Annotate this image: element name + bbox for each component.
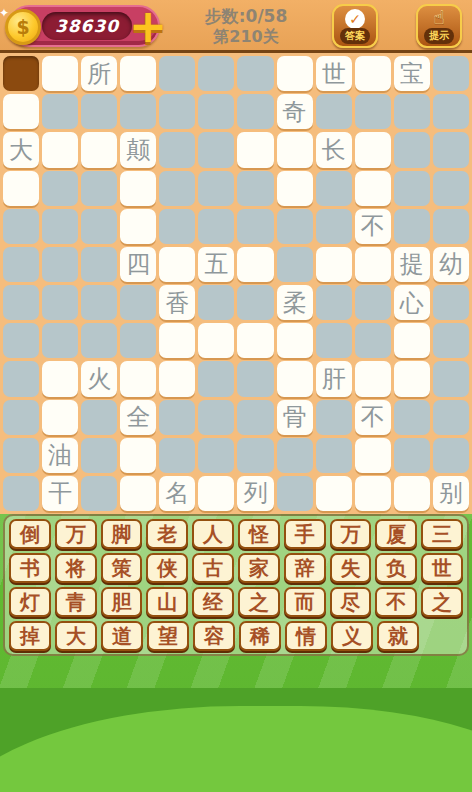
board-cell-r4c12 [433, 171, 469, 206]
tray-tile-r3-7[interactable]: 而 [284, 587, 326, 617]
board-cell-r11c2[interactable]: 油 [42, 438, 78, 473]
board-cell-r6c2 [42, 247, 78, 282]
board-cell-r7c12 [433, 285, 469, 320]
board-cell-r3c1[interactable]: 大 [3, 132, 39, 167]
board-cell-r6c9[interactable] [316, 247, 352, 282]
board-cell-r5c12 [433, 209, 469, 244]
board-cell-r6c12[interactable]: 幼 [433, 247, 469, 282]
board-cell-r12c12[interactable]: 别 [433, 476, 469, 511]
board-cell-r8c9 [316, 323, 352, 358]
board-cell-r2c1[interactable] [3, 94, 39, 129]
board-cell-r8c1 [3, 323, 39, 358]
board-cell-r5c5 [159, 209, 195, 244]
board-cell-r4c11 [394, 171, 430, 206]
board-cell-r11c7 [237, 438, 273, 473]
board-cell-r9c6 [198, 361, 234, 396]
tray-tile-r2-8[interactable]: 失 [330, 553, 372, 583]
board-cell-r5c1 [3, 209, 39, 244]
board-cell-r11c11 [394, 438, 430, 473]
board-cell-r3c6 [198, 132, 234, 167]
tray-tile-r1-7[interactable]: 手 [284, 519, 326, 549]
board-cell-r11c12 [433, 438, 469, 473]
tray-tile-r2-5[interactable]: 古 [192, 553, 234, 583]
tray-tile-r2-1[interactable]: 书 [9, 553, 51, 583]
tray-tile-r1-5[interactable]: 人 [192, 519, 234, 549]
board-cell-r1c9[interactable]: 世 [316, 56, 352, 91]
answer-button-label: 答案 [340, 28, 370, 44]
tray-tile-r1-10[interactable]: 三 [421, 519, 463, 549]
board-cell-r2c10 [355, 94, 391, 129]
tray-tile-r3-8[interactable]: 尽 [330, 587, 372, 617]
board-cell-r7c6 [198, 285, 234, 320]
board-cell-r7c1 [3, 285, 39, 320]
board-cell-r11c8 [277, 438, 313, 473]
tray-tile-r4-3[interactable]: 道 [101, 621, 143, 651]
board-cell-r4c4[interactable] [120, 171, 156, 206]
tray-tile-r1-4[interactable]: 老 [146, 519, 188, 549]
board-cell-r8c7[interactable] [237, 323, 273, 358]
hint-button[interactable]: ☝ 提示 [416, 4, 462, 48]
tray-tile-r1-1[interactable]: 倒 [9, 519, 51, 549]
board-cell-r2c12 [433, 94, 469, 129]
tray-tile-r2-4[interactable]: 侠 [146, 553, 188, 583]
board-cell-r5c11 [394, 209, 430, 244]
board-cell-r6c6[interactable]: 五 [198, 247, 234, 282]
board-cell-r10c4[interactable]: 全 [120, 400, 156, 435]
tray-tile-r2-3[interactable]: 策 [101, 553, 143, 583]
tray-tile-r4-6[interactable]: 稀 [239, 621, 281, 651]
tray-tile-r1-6[interactable]: 怪 [238, 519, 280, 549]
board-cell-r1c11[interactable]: 宝 [394, 56, 430, 91]
board-cell-r10c3 [81, 400, 117, 435]
board-cell-r11c6 [198, 438, 234, 473]
board-area: 所世宝奇大颠长不四五提幼香柔心火肝全骨不油干名列别 [0, 53, 472, 514]
board-cell-r9c7 [237, 361, 273, 396]
tray-tile-r3-9[interactable]: 不 [375, 587, 417, 617]
board-cell-r9c12 [433, 361, 469, 396]
board-cell-r1c7 [237, 56, 273, 91]
board-cell-r2c2 [42, 94, 78, 129]
tray-tile-r3-1[interactable]: 灯 [9, 587, 51, 617]
board-cell-r1c8[interactable] [277, 56, 313, 91]
board-cell-r6c11[interactable]: 提 [394, 247, 430, 282]
board-cell-r12c10[interactable] [355, 476, 391, 511]
board-cell-r7c8[interactable]: 柔 [277, 285, 313, 320]
board-cell-r4c10[interactable] [355, 171, 391, 206]
board-cell-r2c6 [198, 94, 234, 129]
tray-tile-r3-4[interactable]: 山 [146, 587, 188, 617]
board-cell-r6c1 [3, 247, 39, 282]
tray-row-2: 书将策侠古家辞失负世 [7, 553, 465, 583]
board-cell-r3c7[interactable] [237, 132, 273, 167]
board-cell-r3c3[interactable] [81, 132, 117, 167]
board-cell-r9c1 [3, 361, 39, 396]
tray-row-3: 灯青胆山经之而尽不之 [7, 587, 465, 617]
board-cell-r1c1[interactable] [3, 56, 39, 91]
board-cell-r12c1 [3, 476, 39, 511]
board-cell-r1c3[interactable]: 所 [81, 56, 117, 91]
board-cell-r3c11 [394, 132, 430, 167]
board-cell-r3c9[interactable]: 长 [316, 132, 352, 167]
board-cell-r1c10[interactable] [355, 56, 391, 91]
level-label: 第210关 [205, 27, 288, 48]
tray-tile-r2-7[interactable]: 辞 [284, 553, 326, 583]
tray-tile-r4-4[interactable]: 望 [147, 621, 189, 651]
tray-tile-r1-2[interactable]: 万 [55, 519, 97, 549]
board-cell-r6c3 [81, 247, 117, 282]
letter-tray: 倒万脚老人怪手万厦三书将策侠古家辞失负世灯青胆山经之而尽不之掉大道望容稀情义就 [3, 514, 469, 656]
board-cell-r10c1 [3, 400, 39, 435]
board-cell-r7c7 [237, 285, 273, 320]
tray-tile-r4-5[interactable]: 容 [193, 621, 235, 651]
board-cell-r11c1 [3, 438, 39, 473]
board-cell-r2c11 [394, 94, 430, 129]
board-cell-r10c10[interactable]: 不 [355, 400, 391, 435]
board-cell-r10c2[interactable] [42, 400, 78, 435]
board-cell-r4c1[interactable] [3, 171, 39, 206]
board-cell-r5c3 [81, 209, 117, 244]
hint-button-label: 提示 [424, 28, 454, 44]
board-cell-r8c6[interactable] [198, 323, 234, 358]
tray-tile-r2-6[interactable]: 家 [238, 553, 280, 583]
board-cell-r8c11[interactable] [394, 323, 430, 358]
tray-row-4: 掉大道望容稀情义就 [7, 621, 465, 651]
steps-block: 步数:0/58 第210关 [205, 5, 288, 48]
board-cell-r9c11[interactable] [394, 361, 430, 396]
board-cell-r8c5[interactable] [159, 323, 195, 358]
tray-tile-r1-3[interactable]: 脚 [101, 519, 143, 549]
hand-icon: ☝ [433, 6, 445, 28]
board-cell-r7c5[interactable]: 香 [159, 285, 195, 320]
board-cell-r9c10[interactable] [355, 361, 391, 396]
tray-tile-r4-8[interactable]: 义 [331, 621, 373, 651]
board-cell-r2c9 [316, 94, 352, 129]
add-coins-button[interactable]: + [128, 1, 168, 51]
board-cell-r6c4[interactable]: 四 [120, 247, 156, 282]
board-cell-r8c4 [120, 323, 156, 358]
board-cell-r3c8[interactable] [277, 132, 313, 167]
board-cell-r11c5 [159, 438, 195, 473]
board-cell-r12c7[interactable]: 列 [237, 476, 273, 511]
board-cell-r7c11[interactable]: 心 [394, 285, 430, 320]
coin-counter: 38630 $ ✦ + [8, 5, 160, 47]
board-cell-r4c8[interactable] [277, 171, 313, 206]
board-cell-r4c6 [198, 171, 234, 206]
board-cell-r3c2[interactable] [42, 132, 78, 167]
tray-tile-r4-2[interactable]: 大 [55, 621, 97, 651]
board-cell-r7c10 [355, 285, 391, 320]
board-cell-r2c8[interactable]: 奇 [277, 94, 313, 129]
board-cell-r10c12 [433, 400, 469, 435]
answer-button[interactable]: ✓ 答案 [332, 4, 378, 48]
board-cell-r1c6 [198, 56, 234, 91]
board-cell-r12c11[interactable] [394, 476, 430, 511]
board-cell-r4c5 [159, 171, 195, 206]
board-cell-r12c2[interactable]: 干 [42, 476, 78, 511]
top-bar: 38630 $ ✦ + 步数:0/58 第210关 ✓ 答案 ☝ 提示 [0, 0, 472, 53]
board-cell-r11c10[interactable] [355, 438, 391, 473]
board-cell-r3c10[interactable] [355, 132, 391, 167]
tray-row-1: 倒万脚老人怪手万厦三 [7, 519, 465, 549]
board-cell-r8c12 [433, 323, 469, 358]
board-cell-r6c8 [277, 247, 313, 282]
board: 所世宝奇大颠长不四五提幼香柔心火肝全骨不油干名列别 [0, 53, 472, 514]
checkmark-icon: ✓ [345, 9, 365, 29]
board-cell-r10c9 [316, 400, 352, 435]
board-cell-r2c3 [81, 94, 117, 129]
board-cell-r6c7[interactable] [237, 247, 273, 282]
board-cell-r4c2 [42, 171, 78, 206]
board-cell-r4c3 [81, 171, 117, 206]
board-cell-r1c5 [159, 56, 195, 91]
board-cell-r12c8 [277, 476, 313, 511]
board-cell-r5c10[interactable]: 不 [355, 209, 391, 244]
tray-tile-r2-10[interactable]: 世 [421, 553, 463, 583]
coin-amount: 38630 [42, 12, 132, 40]
tray-tile-r3-6[interactable]: 之 [238, 587, 280, 617]
tray-tile-r4-7[interactable]: 情 [285, 621, 327, 651]
board-cell-r6c10[interactable] [355, 247, 391, 282]
tray-tile-r2-2[interactable]: 将 [55, 553, 97, 583]
board-cell-r9c2[interactable] [42, 361, 78, 396]
board-cell-r2c7 [237, 94, 273, 129]
board-cell-r9c4[interactable] [120, 361, 156, 396]
tray-tile-r3-3[interactable]: 胆 [101, 587, 143, 617]
coin-icon: $ ✦ [5, 9, 41, 45]
board-cell-r4c7 [237, 171, 273, 206]
board-cell-r5c8 [277, 209, 313, 244]
tray-tile-r4-9[interactable]: 就 [377, 621, 419, 651]
tray-tile-r3-5[interactable]: 经 [192, 587, 234, 617]
board-cell-r9c5[interactable] [159, 361, 195, 396]
board-cell-r3c12 [433, 132, 469, 167]
board-cell-r1c2[interactable] [42, 56, 78, 91]
board-cell-r5c7 [237, 209, 273, 244]
board-cell-r5c6 [198, 209, 234, 244]
board-cell-r12c4[interactable] [120, 476, 156, 511]
steps-counter: 步数:0/58 [205, 5, 288, 27]
board-cell-r10c6 [198, 400, 234, 435]
board-cell-r3c4[interactable]: 颠 [120, 132, 156, 167]
board-cell-r9c9[interactable]: 肝 [316, 361, 352, 396]
board-cell-r3c5 [159, 132, 195, 167]
board-cell-r11c9 [316, 438, 352, 473]
board-cell-r7c4 [120, 285, 156, 320]
board-cell-r6c5[interactable] [159, 247, 195, 282]
board-cell-r7c9 [316, 285, 352, 320]
sparkle-icon: ✦ [0, 6, 9, 20]
tray-tile-r3-2[interactable]: 青 [55, 587, 97, 617]
board-cell-r5c2 [42, 209, 78, 244]
board-cell-r10c5 [159, 400, 195, 435]
board-cell-r11c4[interactable] [120, 438, 156, 473]
board-cell-r7c2 [42, 285, 78, 320]
board-cell-r4c9 [316, 171, 352, 206]
board-cell-r2c4 [120, 94, 156, 129]
board-cell-r10c11 [394, 400, 430, 435]
board-cell-r10c7 [237, 400, 273, 435]
board-cell-r12c3 [81, 476, 117, 511]
board-cell-r5c4[interactable] [120, 209, 156, 244]
tray-tile-r2-9[interactable]: 负 [375, 553, 417, 583]
tray-tile-r1-9[interactable]: 厦 [375, 519, 417, 549]
board-cell-r11c3 [81, 438, 117, 473]
board-cell-r1c12 [433, 56, 469, 91]
board-cell-r5c9 [316, 209, 352, 244]
board-cell-r10c8[interactable]: 骨 [277, 400, 313, 435]
board-cell-r2c5 [159, 94, 195, 129]
board-cell-r8c3 [81, 323, 117, 358]
board-cell-r12c5[interactable]: 名 [159, 476, 195, 511]
board-cell-r12c6[interactable] [198, 476, 234, 511]
board-cell-r8c10 [355, 323, 391, 358]
board-cell-r8c8[interactable] [277, 323, 313, 358]
board-cell-r9c8[interactable] [277, 361, 313, 396]
tray-tile-r4-1[interactable]: 掉 [9, 621, 51, 651]
tray-tile-r1-8[interactable]: 万 [330, 519, 372, 549]
board-cell-r1c4[interactable] [120, 56, 156, 91]
board-cell-r7c3 [81, 285, 117, 320]
board-cell-r12c9[interactable] [316, 476, 352, 511]
board-cell-r8c2 [42, 323, 78, 358]
tray-tile-r3-10[interactable]: 之 [421, 587, 463, 617]
board-cell-r9c3[interactable]: 火 [81, 361, 117, 396]
